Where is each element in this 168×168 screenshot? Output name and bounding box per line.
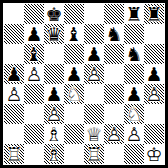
square-g5 (124, 64, 144, 84)
square-c1: ♝♗ (44, 144, 64, 164)
square-c4: ♟ (44, 84, 64, 104)
square-a2 (4, 124, 24, 144)
square-d8 (64, 4, 84, 24)
square-d3 (64, 104, 84, 124)
square-b8 (24, 4, 44, 24)
square-h8: ♜ (144, 4, 164, 24)
white-pawn-piece: ♙ (144, 84, 164, 104)
square-g1 (124, 144, 144, 164)
black-pawn-piece: ♟ (124, 84, 144, 104)
square-a5: ♟ (4, 64, 24, 84)
square-h1: ♚♔ (144, 144, 164, 164)
square-h7 (144, 24, 164, 44)
square-b3 (24, 104, 44, 124)
black-rook-piece: ♜ (144, 4, 164, 24)
square-e3 (84, 104, 104, 124)
square-b1 (24, 144, 44, 164)
square-g4: ♟ (124, 84, 144, 104)
black-pawn-piece: ♟ (24, 24, 44, 44)
black-bishop-piece: ♝ (24, 44, 44, 64)
black-bishop-piece: ♝ (64, 24, 84, 44)
square-b7: ♟ (24, 24, 44, 44)
square-f2: ♟♙ (104, 124, 124, 144)
square-g7 (124, 24, 144, 44)
square-g3: ♞♘ (124, 104, 144, 124)
square-e7 (84, 24, 104, 44)
square-b6: ♝ (24, 44, 44, 64)
black-pawn-piece: ♟ (64, 64, 84, 84)
black-pawn-piece: ♟ (4, 64, 24, 84)
square-a7 (4, 24, 24, 44)
white-rook-piece: ♖ (4, 144, 24, 164)
square-h4: ♟♙ (144, 84, 164, 104)
square-c8: ♚ (44, 4, 64, 24)
black-queen-piece: ♛ (44, 24, 64, 44)
square-c5 (44, 64, 64, 84)
square-c6 (44, 44, 64, 64)
white-knight-piece: ♘ (124, 104, 144, 124)
square-d4: ♞♘ (64, 84, 84, 104)
black-pawn-piece: ♟ (44, 84, 64, 104)
square-f7: ♞ (104, 24, 124, 44)
square-a6 (4, 44, 24, 64)
square-d1 (64, 144, 84, 164)
square-c7: ♛ (44, 24, 64, 44)
square-d5: ♟ (64, 64, 84, 84)
white-pawn-piece: ♙ (44, 104, 64, 124)
white-king-piece: ♔ (144, 144, 164, 164)
white-pawn-piece: ♙ (4, 84, 24, 104)
square-h2 (144, 124, 164, 144)
square-e6: ♟ (84, 44, 104, 64)
square-a3 (4, 104, 24, 124)
chess-board: ♚♜♜♟♛♝♞♝♟♞♟♟♙♟♟♙♟♟♙♟♞♘♟♟♙♟♙♞♘♝♗♛♕♟♙♟♙♜♖♝… (4, 4, 164, 164)
square-e2: ♛♕ (84, 124, 104, 144)
white-bishop-piece: ♗ (44, 124, 64, 144)
square-g8: ♜ (124, 4, 144, 24)
square-f1 (104, 144, 124, 164)
square-f6 (104, 44, 124, 64)
square-c3: ♟♙ (44, 104, 64, 124)
square-e1: ♜♖ (84, 144, 104, 164)
white-pawn-piece: ♙ (84, 64, 104, 84)
white-pawn-piece: ♙ (24, 64, 44, 84)
white-queen-piece: ♕ (84, 124, 104, 144)
square-f5 (104, 64, 124, 84)
square-b5: ♟♙ (24, 64, 44, 84)
square-b2 (24, 124, 44, 144)
square-h6 (144, 44, 164, 64)
white-knight-piece: ♘ (64, 84, 84, 104)
square-b4 (24, 84, 44, 104)
square-d7: ♝ (64, 24, 84, 44)
square-g2: ♟♙ (124, 124, 144, 144)
black-pawn-piece: ♟ (144, 64, 164, 84)
square-a8 (4, 4, 24, 24)
square-f8 (104, 4, 124, 24)
black-pawn-piece: ♟ (84, 44, 104, 64)
board-frame: ♚♜♜♟♛♝♞♝♟♞♟♟♙♟♟♙♟♟♙♟♞♘♟♟♙♟♙♞♘♝♗♛♕♟♙♟♙♜♖♝… (0, 0, 168, 168)
square-d6 (64, 44, 84, 64)
white-pawn-piece: ♙ (104, 124, 124, 144)
square-e5: ♟♙ (84, 64, 104, 84)
square-f4 (104, 84, 124, 104)
square-h5: ♟ (144, 64, 164, 84)
white-pawn-piece: ♙ (124, 124, 144, 144)
square-g6: ♞ (124, 44, 144, 64)
black-knight-piece: ♞ (104, 24, 124, 44)
square-e4 (84, 84, 104, 104)
square-f3 (104, 104, 124, 124)
square-a4: ♟♙ (4, 84, 24, 104)
black-knight-piece: ♞ (124, 44, 144, 64)
white-bishop-piece: ♗ (44, 144, 64, 164)
white-rook-piece: ♖ (84, 144, 104, 164)
square-c2: ♝♗ (44, 124, 64, 144)
square-a1: ♜♖ (4, 144, 24, 164)
square-h3 (144, 104, 164, 124)
black-rook-piece: ♜ (124, 4, 144, 24)
black-king-piece: ♚ (44, 4, 64, 24)
square-e8 (84, 4, 104, 24)
square-d2 (64, 124, 84, 144)
